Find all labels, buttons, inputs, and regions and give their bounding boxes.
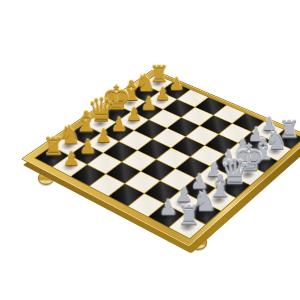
gold-pawn: ♟: [52, 149, 89, 168]
product-photo-stage: ♜♞♝♛♚♝♞♜♟♟♟♟♟♟♟♟♟♟♟♟♟♟♟♟♜♞♝♛♚♝♞♜: [0, 0, 300, 300]
square-a8: ♜: [169, 214, 205, 238]
silver-rook: ♜: [168, 202, 208, 229]
board-frame: ♜♞♝♛♚♝♞♜♟♟♟♟♟♟♟♟♟♟♟♟♟♟♟♟♜♞♝♛♚♝♞♜: [21, 69, 300, 247]
board-plane: ♜♞♝♛♚♝♞♜♟♟♟♟♟♟♟♟♟♟♟♟♟♟♟♟♜♞♝♛♚♝♞♜: [21, 69, 300, 247]
chessboard-scene: ♜♞♝♛♚♝♞♜♟♟♟♟♟♟♟♟♟♟♟♟♟♟♟♟♜♞♝♛♚♝♞♜: [65, 44, 273, 252]
chessboard: ♜♞♝♛♚♝♞♜♟♟♟♟♟♟♟♟♟♟♟♟♟♟♟♟♜♞♝♛♚♝♞♜: [34, 74, 300, 239]
